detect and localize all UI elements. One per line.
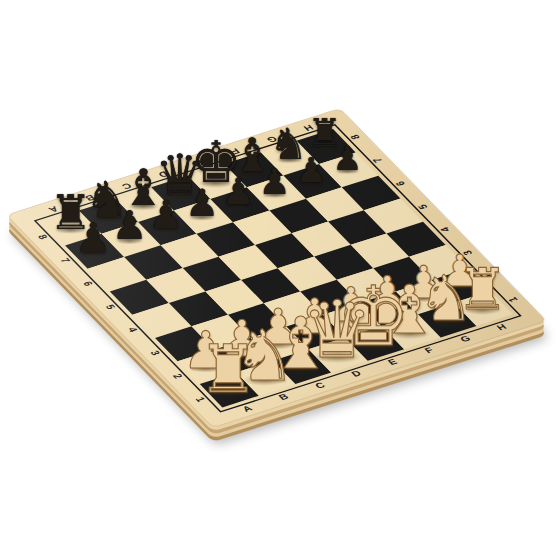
rank-label-right-6: 6 xyxy=(393,180,407,187)
file-label-near-h: H xyxy=(495,323,509,332)
piece-black-pawn-a7[interactable]: ♟ xyxy=(75,217,112,258)
piece-black-pawn-g7[interactable]: ♟ xyxy=(296,153,327,187)
scene: AA11BB22CC33DD44EE55FF66GG77HH88 ♜♞♝♛♚♝♞… xyxy=(0,0,560,560)
rank-label-right-4: 4 xyxy=(438,226,452,233)
rank-label-left-3: 3 xyxy=(148,350,162,357)
rank-label-left-5: 5 xyxy=(104,303,118,310)
piece-black-pawn-f7[interactable]: ♟ xyxy=(259,164,291,199)
file-label-near-g: G xyxy=(458,334,472,343)
rank-label-right-7: 7 xyxy=(371,157,385,164)
rank-label-right-5: 5 xyxy=(416,203,430,210)
piece-black-pawn-e7[interactable]: ♟ xyxy=(222,174,255,211)
piece-black-pawn-d7[interactable]: ♟ xyxy=(185,185,219,223)
rank-label-left-4: 4 xyxy=(126,326,140,333)
rank-label-left-6: 6 xyxy=(81,280,95,287)
rank-label-left-7: 7 xyxy=(59,257,73,264)
piece-white-rook-a1[interactable]: ♜ xyxy=(198,335,258,401)
piece-black-pawn-c7[interactable]: ♟ xyxy=(148,196,183,235)
rank-label-left-8: 8 xyxy=(36,234,50,241)
piece-black-pawn-h7[interactable]: ♟ xyxy=(332,142,362,175)
piece-black-pawn-b7[interactable]: ♟ xyxy=(112,207,148,247)
